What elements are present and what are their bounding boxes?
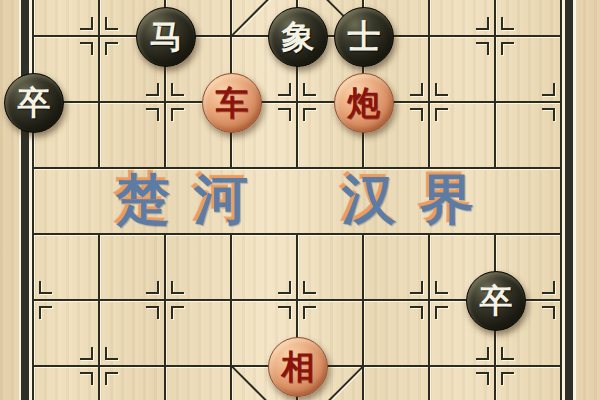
piece-black-soldier-a[interactable]: 卒 bbox=[4, 73, 64, 133]
piece-glyph: 车 bbox=[216, 74, 249, 132]
piece-glyph: 相 bbox=[282, 338, 315, 396]
piece-red-chariot[interactable]: 车 bbox=[202, 73, 262, 133]
piece-glyph: 士 bbox=[348, 8, 381, 66]
piece-red-cannon[interactable]: 炮 bbox=[334, 73, 394, 133]
piece-glyph: 象 bbox=[282, 8, 315, 66]
piece-black-horse[interactable]: 马 bbox=[136, 7, 196, 67]
piece-black-advisor[interactable]: 士 bbox=[334, 7, 394, 67]
piece-glyph: 卒 bbox=[18, 74, 51, 132]
piece-black-elephant[interactable]: 象 bbox=[268, 7, 328, 67]
piece-red-elephant[interactable]: 相 bbox=[268, 337, 328, 397]
piece-glyph: 卒 bbox=[480, 272, 513, 330]
piece-black-soldier-h[interactable]: 卒 bbox=[466, 271, 526, 331]
piece-glyph: 马 bbox=[150, 8, 183, 66]
piece-glyph: 炮 bbox=[348, 74, 381, 132]
pieces: 马象士卒车炮卒相 bbox=[0, 0, 600, 400]
xiangqi-board[interactable]: 楚河 汉界 马象士卒车炮卒相 bbox=[0, 0, 600, 400]
